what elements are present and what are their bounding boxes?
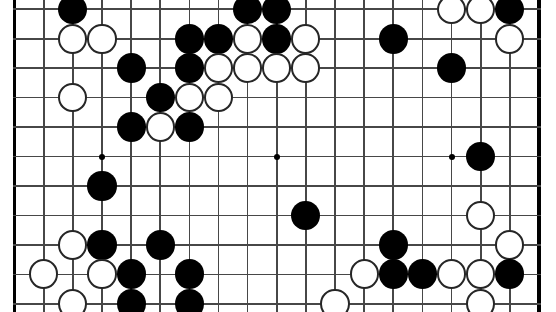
- intersection-c1-r10[interactable]: [0, 260, 29, 289]
- intersection-c12-r1[interactable]: [320, 0, 349, 24]
- black-stone: [379, 24, 408, 54]
- intersection-c13-r4[interactable]: [350, 83, 379, 112]
- intersection-c3-r11[interactable]: [58, 289, 87, 312]
- intersection-c4-r9[interactable]: [87, 230, 116, 259]
- intersection-c3-r9[interactable]: [58, 230, 87, 259]
- intersection-c16-r3[interactable]: [437, 53, 466, 82]
- intersection-c6-r7[interactable]: [146, 171, 175, 200]
- intersection-c8-r9[interactable]: [204, 230, 233, 259]
- intersection-c11-r6[interactable]: [291, 142, 320, 171]
- intersection-c3-r8[interactable]: [58, 201, 87, 230]
- intersection-c13-r2[interactable]: [350, 24, 379, 53]
- intersection-c16-r4[interactable]: [437, 83, 466, 112]
- intersection-c1-r3[interactable]: [0, 53, 29, 82]
- black-stone: [117, 112, 146, 142]
- intersection-c2-r4[interactable]: [29, 83, 58, 112]
- intersection-c5-r3[interactable]: [117, 53, 146, 82]
- intersection-c13-r7[interactable]: [350, 171, 379, 200]
- intersection-c6-r3[interactable]: [146, 53, 175, 82]
- intersection-c3-r7[interactable]: [58, 171, 87, 200]
- intersection-c11-r2[interactable]: [291, 24, 320, 53]
- intersection-c15-r1[interactable]: [408, 0, 437, 24]
- intersection-c5-r10[interactable]: [117, 260, 146, 289]
- intersection-c14-r5[interactable]: [379, 112, 408, 141]
- intersection-c17-r2[interactable]: [466, 24, 495, 53]
- intersection-c16-r6[interactable]: [437, 142, 466, 171]
- intersection-c2-r6[interactable]: [29, 142, 58, 171]
- intersection-c14-r6[interactable]: [379, 142, 408, 171]
- intersection-c19-r3[interactable]: [524, 53, 553, 82]
- intersection-c12-r5[interactable]: [320, 112, 349, 141]
- intersection-c10-r9[interactable]: [262, 230, 291, 259]
- intersection-c7-r5[interactable]: [175, 112, 204, 141]
- intersection-c7-r2[interactable]: [175, 24, 204, 53]
- white-stone: [495, 230, 524, 260]
- intersection-c3-r6[interactable]: [58, 142, 87, 171]
- intersection-c12-r4[interactable]: [320, 83, 349, 112]
- intersection-c3-r3[interactable]: [58, 53, 87, 82]
- intersection-c11-r1[interactable]: [291, 0, 320, 24]
- black-stone: [204, 24, 233, 54]
- white-stone: [146, 112, 175, 142]
- intersection-c18-r4[interactable]: [495, 83, 524, 112]
- intersection-c14-r8[interactable]: [379, 201, 408, 230]
- white-stone: [58, 289, 87, 312]
- white-stone: [437, 259, 466, 289]
- black-stone: [175, 24, 204, 54]
- intersection-c1-r11[interactable]: [0, 289, 29, 312]
- intersection-c8-r10[interactable]: [204, 260, 233, 289]
- intersection-c5-r11[interactable]: [117, 289, 146, 312]
- black-stone: [146, 230, 175, 260]
- intersection-c13-r1[interactable]: [350, 0, 379, 24]
- intersection-c12-r9[interactable]: [320, 230, 349, 259]
- intersection-c1-r5[interactable]: [0, 112, 29, 141]
- intersection-c14-r10[interactable]: [379, 260, 408, 289]
- white-stone: [204, 53, 233, 83]
- intersection-c14-r3[interactable]: [379, 53, 408, 82]
- intersection-c6-r4[interactable]: [146, 83, 175, 112]
- black-stone: [379, 259, 408, 289]
- intersection-c11-r11[interactable]: [291, 289, 320, 312]
- intersection-c8-r3[interactable]: [204, 53, 233, 82]
- intersection-c13-r9[interactable]: [350, 230, 379, 259]
- intersection-c7-r11[interactable]: [175, 289, 204, 312]
- intersection-c5-r2[interactable]: [117, 24, 146, 53]
- intersection-c14-r1[interactable]: [379, 0, 408, 24]
- intersection-c19-r7[interactable]: [524, 171, 553, 200]
- intersection-c9-r6[interactable]: [233, 142, 262, 171]
- intersection-c1-r1[interactable]: [0, 0, 29, 24]
- intersection-c18-r9[interactable]: [495, 230, 524, 259]
- intersection-c10-r7[interactable]: [262, 171, 291, 200]
- intersection-c6-r11[interactable]: [146, 289, 175, 312]
- black-stone: [117, 53, 146, 83]
- intersection-c2-r5[interactable]: [29, 112, 58, 141]
- intersection-c5-r5[interactable]: [117, 112, 146, 141]
- intersection-c8-r8[interactable]: [204, 201, 233, 230]
- black-stone: [87, 230, 116, 260]
- intersection-c17-r4[interactable]: [466, 83, 495, 112]
- black-stone: [117, 289, 146, 312]
- intersection-c2-r2[interactable]: [29, 24, 58, 53]
- white-stone: [87, 259, 116, 289]
- intersection-c17-r10[interactable]: [466, 260, 495, 289]
- intersection-c12-r10[interactable]: [320, 260, 349, 289]
- intersection-c17-r5[interactable]: [466, 112, 495, 141]
- intersection-c1-r2[interactable]: [0, 24, 29, 53]
- intersection-c16-r2[interactable]: [437, 24, 466, 53]
- intersection-c16-r10[interactable]: [437, 260, 466, 289]
- black-stone: [146, 83, 175, 113]
- intersection-c11-r3[interactable]: [291, 53, 320, 82]
- intersection-c10-r3[interactable]: [262, 53, 291, 82]
- intersection-c8-r6[interactable]: [204, 142, 233, 171]
- intersection-c7-r7[interactable]: [175, 171, 204, 200]
- black-stone: [175, 289, 204, 312]
- intersection-c19-r6[interactable]: [524, 142, 553, 171]
- white-stone: [29, 259, 58, 289]
- intersection-c4-r3[interactable]: [87, 53, 116, 82]
- white-stone: [262, 53, 291, 83]
- intersection-c11-r5[interactable]: [291, 112, 320, 141]
- intersection-c8-r4[interactable]: [204, 83, 233, 112]
- intersection-c7-r8[interactable]: [175, 201, 204, 230]
- intersection-c11-r10[interactable]: [291, 260, 320, 289]
- white-stone: [350, 259, 379, 289]
- white-stone: [466, 201, 495, 231]
- white-stone: [466, 259, 495, 289]
- intersection-c8-r2[interactable]: [204, 24, 233, 53]
- intersection-c3-r4[interactable]: [58, 83, 87, 112]
- intersection-c7-r9[interactable]: [175, 230, 204, 259]
- black-stone: [87, 171, 116, 201]
- intersection-c4-r4[interactable]: [87, 83, 116, 112]
- white-stone: [204, 83, 233, 113]
- intersection-c7-r4[interactable]: [175, 83, 204, 112]
- intersection-c16-r9[interactable]: [437, 230, 466, 259]
- intersection-c19-r11[interactable]: [524, 289, 553, 312]
- white-stone: [466, 289, 495, 312]
- intersection-c14-r7[interactable]: [379, 171, 408, 200]
- intersection-c14-r9[interactable]: [379, 230, 408, 259]
- intersection-c19-r4[interactable]: [524, 83, 553, 112]
- intersection-c3-r1[interactable]: [58, 0, 87, 24]
- intersection-c7-r3[interactable]: [175, 53, 204, 82]
- intersection-c14-r11[interactable]: [379, 289, 408, 312]
- white-stone: [58, 230, 87, 260]
- intersection-c9-r5[interactable]: [233, 112, 262, 141]
- intersection-c17-r8[interactable]: [466, 201, 495, 230]
- intersection-c18-r8[interactable]: [495, 201, 524, 230]
- intersection-c9-r4[interactable]: [233, 83, 262, 112]
- intersection-c5-r9[interactable]: [117, 230, 146, 259]
- intersection-c19-r9[interactable]: [524, 230, 553, 259]
- intersection-c11-r4[interactable]: [291, 83, 320, 112]
- intersection-c4-r5[interactable]: [87, 112, 116, 141]
- intersection-c9-r11[interactable]: [233, 289, 262, 312]
- intersection-c17-r9[interactable]: [466, 230, 495, 259]
- black-stone: [379, 230, 408, 260]
- intersection-c19-r10[interactable]: [524, 260, 553, 289]
- intersection-c15-r2[interactable]: [408, 24, 437, 53]
- intersection-c2-r9[interactable]: [29, 230, 58, 259]
- intersection-c4-r10[interactable]: [87, 260, 116, 289]
- intersection-c10-r10[interactable]: [262, 260, 291, 289]
- intersection-c15-r10[interactable]: [408, 260, 437, 289]
- intersection-c6-r8[interactable]: [146, 201, 175, 230]
- black-stone: [291, 201, 320, 231]
- intersection-c2-r10[interactable]: [29, 260, 58, 289]
- intersection-c16-r11[interactable]: [437, 289, 466, 312]
- intersection-c13-r6[interactable]: [350, 142, 379, 171]
- white-stone: [291, 53, 320, 83]
- intersection-c1-r4[interactable]: [0, 83, 29, 112]
- intersection-c13-r11[interactable]: [350, 289, 379, 312]
- intersection-c5-r6[interactable]: [117, 142, 146, 171]
- white-stone: [58, 24, 87, 54]
- intersection-c6-r2[interactable]: [146, 24, 175, 53]
- intersection-c15-r7[interactable]: [408, 171, 437, 200]
- intersection-c8-r1[interactable]: [204, 0, 233, 24]
- intersection-c13-r10[interactable]: [350, 260, 379, 289]
- black-stone: [58, 0, 87, 24]
- intersection-c1-r9[interactable]: [0, 230, 29, 259]
- intersection-c15-r3[interactable]: [408, 53, 437, 82]
- intersection-c5-r1[interactable]: [117, 0, 146, 24]
- intersection-c4-r11[interactable]: [87, 289, 116, 312]
- intersection-c6-r1[interactable]: [146, 0, 175, 24]
- intersection-c1-r8[interactable]: [0, 201, 29, 230]
- intersection-c8-r5[interactable]: [204, 112, 233, 141]
- intersection-c2-r1[interactable]: [29, 0, 58, 24]
- intersection-c18-r6[interactable]: [495, 142, 524, 171]
- intersection-c19-r1[interactable]: [524, 0, 553, 24]
- intersection-c16-r8[interactable]: [437, 201, 466, 230]
- intersection-c9-r2[interactable]: [233, 24, 262, 53]
- intersection-c16-r1[interactable]: [437, 0, 466, 24]
- intersection-c12-r2[interactable]: [320, 24, 349, 53]
- intersection-c4-r1[interactable]: [87, 0, 116, 24]
- intersection-c12-r8[interactable]: [320, 201, 349, 230]
- black-stone: [175, 259, 204, 289]
- intersection-c4-r7[interactable]: [87, 171, 116, 200]
- intersection-c10-r1[interactable]: [262, 0, 291, 24]
- intersection-c18-r10[interactable]: [495, 260, 524, 289]
- intersection-c3-r5[interactable]: [58, 112, 87, 141]
- intersection-c9-r9[interactable]: [233, 230, 262, 259]
- black-stone: [175, 112, 204, 142]
- intersection-c16-r7[interactable]: [437, 171, 466, 200]
- intersection-c7-r10[interactable]: [175, 260, 204, 289]
- intersection-c10-r5[interactable]: [262, 112, 291, 141]
- intersection-c12-r11[interactable]: [320, 289, 349, 312]
- intersection-c19-r2[interactable]: [524, 24, 553, 53]
- black-stone: [117, 259, 146, 289]
- intersection-c3-r10[interactable]: [58, 260, 87, 289]
- intersection-c4-r8[interactable]: [87, 201, 116, 230]
- intersection-c11-r9[interactable]: [291, 230, 320, 259]
- intersection-c10-r2[interactable]: [262, 24, 291, 53]
- intersection-c18-r5[interactable]: [495, 112, 524, 141]
- intersection-c18-r3[interactable]: [495, 53, 524, 82]
- white-stone: [466, 0, 495, 24]
- intersection-c17-r11[interactable]: [466, 289, 495, 312]
- intersection-c18-r1[interactable]: [495, 0, 524, 24]
- intersection-c8-r7[interactable]: [204, 171, 233, 200]
- intersection-c16-r5[interactable]: [437, 112, 466, 141]
- intersection-c9-r3[interactable]: [233, 53, 262, 82]
- intersection-c13-r8[interactable]: [350, 201, 379, 230]
- intersection-c4-r6[interactable]: [87, 142, 116, 171]
- intersection-c9-r7[interactable]: [233, 171, 262, 200]
- black-stone: [495, 259, 524, 289]
- intersection-c19-r5[interactable]: [524, 112, 553, 141]
- board-intersections: [0, 0, 553, 312]
- intersection-c13-r5[interactable]: [350, 112, 379, 141]
- intersection-c9-r10[interactable]: [233, 260, 262, 289]
- intersection-c15-r4[interactable]: [408, 83, 437, 112]
- intersection-c5-r8[interactable]: [117, 201, 146, 230]
- white-stone: [495, 24, 524, 54]
- intersection-c11-r8[interactable]: [291, 201, 320, 230]
- white-stone: [175, 83, 204, 113]
- intersection-c7-r1[interactable]: [175, 0, 204, 24]
- white-stone: [87, 24, 116, 54]
- intersection-c7-r6[interactable]: [175, 142, 204, 171]
- intersection-c10-r8[interactable]: [262, 201, 291, 230]
- intersection-c1-r6[interactable]: [0, 142, 29, 171]
- intersection-c6-r9[interactable]: [146, 230, 175, 259]
- intersection-c2-r11[interactable]: [29, 289, 58, 312]
- intersection-c15-r5[interactable]: [408, 112, 437, 141]
- intersection-c14-r4[interactable]: [379, 83, 408, 112]
- intersection-c15-r6[interactable]: [408, 142, 437, 171]
- intersection-c17-r3[interactable]: [466, 53, 495, 82]
- intersection-c6-r6[interactable]: [146, 142, 175, 171]
- intersection-c10-r6[interactable]: [262, 142, 291, 171]
- intersection-c4-r2[interactable]: [87, 24, 116, 53]
- black-stone: [262, 0, 291, 24]
- intersection-c14-r2[interactable]: [379, 24, 408, 53]
- intersection-c13-r3[interactable]: [350, 53, 379, 82]
- intersection-c11-r7[interactable]: [291, 171, 320, 200]
- intersection-c17-r6[interactable]: [466, 142, 495, 171]
- intersection-c15-r9[interactable]: [408, 230, 437, 259]
- intersection-c6-r5[interactable]: [146, 112, 175, 141]
- intersection-c12-r3[interactable]: [320, 53, 349, 82]
- intersection-c12-r7[interactable]: [320, 171, 349, 200]
- white-stone: [437, 0, 466, 24]
- white-stone: [320, 289, 349, 312]
- white-stone: [233, 24, 262, 54]
- intersection-c18-r2[interactable]: [495, 24, 524, 53]
- intersection-c1-r7[interactable]: [0, 171, 29, 200]
- black-stone: [175, 53, 204, 83]
- intersection-c2-r8[interactable]: [29, 201, 58, 230]
- intersection-c18-r11[interactable]: [495, 289, 524, 312]
- intersection-c9-r8[interactable]: [233, 201, 262, 230]
- intersection-c2-r7[interactable]: [29, 171, 58, 200]
- intersection-c5-r4[interactable]: [117, 83, 146, 112]
- go-board: [0, 0, 556, 312]
- black-stone: [437, 53, 466, 83]
- intersection-c10-r11[interactable]: [262, 289, 291, 312]
- intersection-c5-r7[interactable]: [117, 171, 146, 200]
- intersection-c17-r7[interactable]: [466, 171, 495, 200]
- white-stone: [233, 53, 262, 83]
- intersection-c12-r6[interactable]: [320, 142, 349, 171]
- intersection-c19-r8[interactable]: [524, 201, 553, 230]
- intersection-c10-r4[interactable]: [262, 83, 291, 112]
- black-stone: [495, 0, 524, 24]
- white-stone: [58, 83, 87, 113]
- intersection-c2-r3[interactable]: [29, 53, 58, 82]
- black-stone: [262, 24, 291, 54]
- black-stone: [466, 142, 495, 172]
- intersection-c3-r2[interactable]: [58, 24, 87, 53]
- intersection-c8-r11[interactable]: [204, 289, 233, 312]
- black-stone: [233, 0, 262, 24]
- white-stone: [291, 24, 320, 54]
- intersection-c9-r1[interactable]: [233, 0, 262, 24]
- intersection-c15-r11[interactable]: [408, 289, 437, 312]
- black-stone: [408, 259, 437, 289]
- intersection-c18-r7[interactable]: [495, 171, 524, 200]
- intersection-c15-r8[interactable]: [408, 201, 437, 230]
- intersection-c6-r10[interactable]: [146, 260, 175, 289]
- intersection-c17-r1[interactable]: [466, 0, 495, 24]
